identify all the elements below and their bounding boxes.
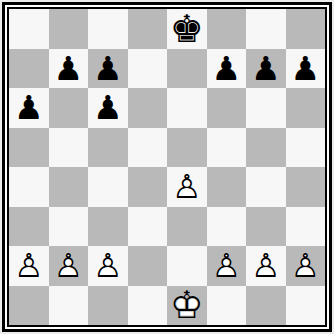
white-pawn-a2[interactable]: ♟♙ (14, 249, 44, 282)
white-piece-outline: ♙ (53, 246, 83, 285)
black-pawn-f7[interactable]: ♟ (211, 52, 241, 85)
white-piece-outline: ♙ (211, 246, 241, 285)
square-g6[interactable] (246, 88, 286, 128)
black-pawn-c6[interactable]: ♟ (93, 91, 123, 124)
square-e6[interactable] (167, 88, 207, 128)
white-pawn-e4[interactable]: ♟♙ (172, 170, 202, 203)
square-g3[interactable] (246, 207, 286, 247)
square-c8[interactable] (88, 9, 128, 49)
square-d8[interactable] (128, 9, 168, 49)
white-piece-outline: ♙ (172, 167, 202, 206)
white-piece-outline: ♙ (14, 246, 44, 285)
white-pawn-c2[interactable]: ♟♙ (93, 249, 123, 282)
chess-diagram: ♚♟♟♟♟♟♟♟♟♙♟♙♟♙♟♙♟♙♟♙♟♙♚♔ (0, 0, 334, 334)
square-e5[interactable] (167, 128, 207, 168)
board-frame-inner-line: ♚♟♟♟♟♟♟♟♟♙♟♙♟♙♟♙♟♙♟♙♟♙♚♔ (7, 7, 327, 327)
square-h2[interactable]: ♟♙ (286, 246, 326, 286)
square-b1[interactable] (49, 286, 89, 326)
square-e2[interactable] (167, 246, 207, 286)
square-g2[interactable]: ♟♙ (246, 246, 286, 286)
white-pawn-f2[interactable]: ♟♙ (211, 249, 241, 282)
square-d2[interactable] (128, 246, 168, 286)
black-pawn-h7[interactable]: ♟ (290, 52, 320, 85)
square-e4[interactable]: ♟♙ (167, 167, 207, 207)
square-g5[interactable] (246, 128, 286, 168)
square-b5[interactable] (49, 128, 89, 168)
square-h5[interactable] (286, 128, 326, 168)
square-h6[interactable] (286, 88, 326, 128)
white-piece-outline: ♙ (290, 246, 320, 285)
square-h3[interactable] (286, 207, 326, 247)
white-piece-outline: ♙ (251, 246, 281, 285)
square-f3[interactable] (207, 207, 247, 247)
white-pawn-h2[interactable]: ♟♙ (290, 249, 320, 282)
square-a6[interactable]: ♟ (9, 88, 49, 128)
square-a2[interactable]: ♟♙ (9, 246, 49, 286)
square-g8[interactable] (246, 9, 286, 49)
square-d4[interactable] (128, 167, 168, 207)
square-b6[interactable] (49, 88, 89, 128)
white-king-e1[interactable]: ♚♔ (170, 286, 204, 324)
square-g7[interactable]: ♟ (246, 49, 286, 89)
square-e3[interactable] (167, 207, 207, 247)
square-d5[interactable] (128, 128, 168, 168)
square-f5[interactable] (207, 128, 247, 168)
square-e8[interactable]: ♚ (167, 9, 207, 49)
square-e7[interactable] (167, 49, 207, 89)
square-a4[interactable] (9, 167, 49, 207)
square-f2[interactable]: ♟♙ (207, 246, 247, 286)
square-c4[interactable] (88, 167, 128, 207)
square-b3[interactable] (49, 207, 89, 247)
square-c1[interactable] (88, 286, 128, 326)
square-f1[interactable] (207, 286, 247, 326)
square-c7[interactable]: ♟ (88, 49, 128, 89)
square-f8[interactable] (207, 9, 247, 49)
square-f4[interactable] (207, 167, 247, 207)
square-d6[interactable] (128, 88, 168, 128)
square-d3[interactable] (128, 207, 168, 247)
square-a8[interactable] (9, 9, 49, 49)
square-h8[interactable] (286, 9, 326, 49)
white-piece-outline: ♔ (170, 286, 204, 326)
white-piece-outline: ♙ (93, 246, 123, 285)
square-a3[interactable] (9, 207, 49, 247)
square-b7[interactable]: ♟ (49, 49, 89, 89)
square-c6[interactable]: ♟ (88, 88, 128, 128)
square-f7[interactable]: ♟ (207, 49, 247, 89)
white-pawn-b2[interactable]: ♟♙ (53, 249, 83, 282)
square-g1[interactable] (246, 286, 286, 326)
square-f6[interactable] (207, 88, 247, 128)
black-king-e8[interactable]: ♚ (170, 10, 204, 48)
chess-board: ♚♟♟♟♟♟♟♟♟♙♟♙♟♙♟♙♟♙♟♙♟♙♚♔ (9, 9, 325, 325)
square-h1[interactable] (286, 286, 326, 326)
square-g4[interactable] (246, 167, 286, 207)
black-pawn-b7[interactable]: ♟ (53, 52, 83, 85)
white-pawn-g2[interactable]: ♟♙ (251, 249, 281, 282)
square-b4[interactable] (49, 167, 89, 207)
black-pawn-a6[interactable]: ♟ (14, 91, 44, 124)
square-b2[interactable]: ♟♙ (49, 246, 89, 286)
square-h4[interactable] (286, 167, 326, 207)
square-d7[interactable] (128, 49, 168, 89)
board-frame-gap: ♚♟♟♟♟♟♟♟♟♙♟♙♟♙♟♙♟♙♟♙♟♙♚♔ (5, 5, 329, 329)
square-b8[interactable] (49, 9, 89, 49)
black-pawn-g7[interactable]: ♟ (251, 52, 281, 85)
square-c2[interactable]: ♟♙ (88, 246, 128, 286)
square-c3[interactable] (88, 207, 128, 247)
square-e1[interactable]: ♚♔ (167, 286, 207, 326)
black-pawn-c7[interactable]: ♟ (93, 52, 123, 85)
board-frame-outer-line: ♚♟♟♟♟♟♟♟♟♙♟♙♟♙♟♙♟♙♟♙♟♙♚♔ (2, 2, 332, 332)
square-c5[interactable] (88, 128, 128, 168)
square-h7[interactable]: ♟ (286, 49, 326, 89)
square-a7[interactable] (9, 49, 49, 89)
square-d1[interactable] (128, 286, 168, 326)
square-a1[interactable] (9, 286, 49, 326)
square-a5[interactable] (9, 128, 49, 168)
